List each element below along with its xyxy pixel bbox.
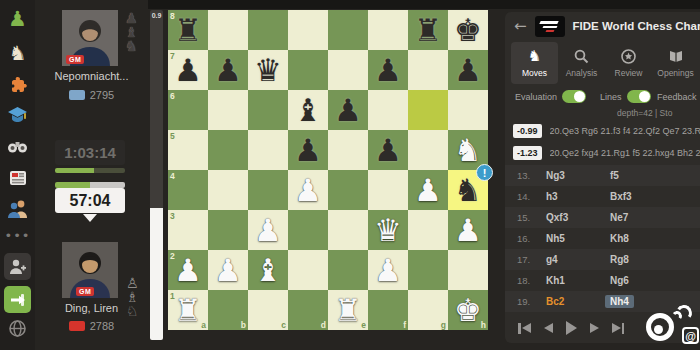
captured-P-icon: ♙: [126, 276, 139, 290]
rank-label: 4: [170, 171, 175, 181]
black-pawn-f7[interactable]: ♟: [368, 50, 408, 90]
chesscom-logo-pawn-icon[interactable]: ♟: [0, 7, 35, 31]
play-button[interactable]: [566, 321, 577, 335]
square-c1[interactable]: c: [248, 290, 288, 330]
black-pawn-h7[interactable]: ♟: [448, 50, 488, 90]
file-label: c: [281, 320, 286, 330]
black-move[interactable]: f5: [605, 170, 669, 181]
square-h6[interactable]: [448, 90, 488, 130]
gm-badge-top: GM: [66, 55, 84, 64]
square-f8[interactable]: [368, 10, 408, 50]
square-a2[interactable]: 2♟: [168, 250, 208, 290]
move-number: 17.: [517, 254, 541, 265]
flag-bottom: [69, 321, 85, 331]
square-a7[interactable]: 7♟: [168, 50, 208, 90]
square-a4[interactable]: 4: [168, 170, 208, 210]
move-row-17: 17.g4Rg8: [505, 249, 700, 270]
square-c8[interactable]: [248, 10, 288, 50]
white-pawn-b2[interactable]: ♟: [208, 250, 248, 290]
person-plus-icon: [9, 259, 26, 274]
rating-top: 2795: [90, 89, 114, 101]
black-queen-c7[interactable]: ♛: [248, 50, 288, 90]
rank-label: 3: [170, 211, 175, 221]
square-e7[interactable]: [328, 50, 368, 90]
square-b6[interactable]: [208, 90, 248, 130]
white-pawn-a2[interactable]: ♟: [168, 250, 208, 290]
square-a6[interactable]: 6: [168, 90, 208, 130]
square-e6[interactable]: ♟: [328, 90, 368, 130]
square-d1[interactable]: d: [288, 290, 328, 330]
player-name-top[interactable]: Nepomniacht...: [35, 70, 148, 82]
white-pawn-c3[interactable]: ♟: [248, 210, 288, 250]
engine-moves-2: 20.Qe2 fxg4 21.Rg1 f5 22.hxg4 Bh2 23: [550, 148, 700, 158]
square-h1[interactable]: h♚: [448, 290, 488, 330]
square-h8[interactable]: ♚: [448, 10, 488, 50]
square-d2[interactable]: [288, 250, 328, 290]
clock-top: 1:03:14: [55, 140, 125, 165]
skip-to-end-button[interactable]: [612, 323, 625, 334]
forward-button[interactable]: [590, 323, 599, 333]
square-f3[interactable]: ♛: [368, 210, 408, 250]
black-move[interactable]: Bxf3: [605, 191, 669, 202]
square-c5[interactable]: [248, 130, 288, 170]
player-rating-bottom: 2788: [35, 320, 148, 332]
game-panel: ← FIDE World Chess Championship ♞ Moves …: [505, 12, 700, 343]
square-c6[interactable]: [248, 90, 288, 130]
move-row-16: 16.Nh5Kh8: [505, 228, 700, 249]
square-c4[interactable]: [248, 170, 288, 210]
move-row-14: 14.h3Bxf3: [505, 186, 700, 207]
back-button[interactable]: [544, 323, 553, 333]
file-label: g: [441, 320, 446, 330]
move-number: 13.: [517, 170, 541, 181]
square-e5[interactable]: [328, 130, 368, 170]
white-rook-e1[interactable]: ♜: [328, 290, 368, 330]
players-column: GM ♟♝♞ Nepomniacht... 2795 1:03:14 57:04…: [35, 0, 148, 350]
rank-label: 6: [170, 91, 175, 101]
white-pawn-g4[interactable]: ♟: [408, 170, 448, 210]
puzzles-icon[interactable]: [0, 74, 35, 98]
white-move[interactable]: Bc2: [541, 296, 605, 307]
black-rook-a8[interactable]: ♜: [168, 10, 208, 50]
white-pawn-f2[interactable]: ♟: [368, 250, 408, 290]
square-e3[interactable]: [328, 210, 368, 250]
square-g5[interactable]: [408, 130, 448, 170]
move-number: 16.: [517, 233, 541, 244]
left-nav-rail: ♟ ♞ •••: [0, 0, 35, 350]
square-f6[interactable]: [368, 90, 408, 130]
black-move[interactable]: Ne7: [605, 212, 669, 223]
top-strip: [148, 0, 700, 9]
white-pawn-d4[interactable]: ♟: [288, 170, 328, 210]
black-pawn-a7[interactable]: ♟: [168, 50, 208, 90]
move-list: 13.Ng3f514.h3Bxf315.Qxf3Ne716.Nh5Kh817.g…: [505, 165, 700, 312]
square-c2[interactable]: ♝: [248, 250, 288, 290]
black-move[interactable]: Ng6: [605, 275, 669, 286]
square-g7[interactable]: [408, 50, 448, 90]
tab-moves[interactable]: ♞ Moves: [511, 42, 558, 84]
engine-depth-text: depth=42 | Sto: [617, 108, 672, 118]
language-globe-icon[interactable]: [0, 320, 35, 341]
play-knight-icon[interactable]: ♞: [0, 41, 35, 65]
square-d3[interactable]: [288, 210, 328, 250]
captured-p-icon: ♟: [125, 11, 138, 25]
square-b4[interactable]: [208, 170, 248, 210]
file-label: d: [321, 320, 326, 330]
white-move[interactable]: g4: [541, 254, 605, 265]
news-icon[interactable]: [0, 169, 35, 191]
login-arrow-icon: [10, 293, 26, 307]
magnifier-icon: [574, 49, 589, 65]
social-friends-icon[interactable]: [0, 199, 35, 222]
black-pawn-b7[interactable]: ♟: [208, 50, 248, 90]
square-d7[interactable]: [288, 50, 328, 90]
square-d5[interactable]: ♟: [288, 130, 328, 170]
move-row-18: 18.Kh1Ng6: [505, 270, 700, 291]
square-e2[interactable]: [328, 250, 368, 290]
evaluation-bar: [150, 10, 163, 340]
engine-score-1: -0.99: [513, 124, 542, 138]
captured-pieces-top: ♟♝♞: [125, 11, 138, 53]
gm-badge-bottom: GM: [76, 287, 94, 296]
file-label: f: [403, 320, 406, 330]
player-name-bottom[interactable]: Ding, Liren: [35, 302, 148, 314]
square-c7[interactable]: ♛: [248, 50, 288, 90]
tab-analysis[interactable]: Analysis: [558, 42, 605, 84]
white-bishop-c2[interactable]: ♝: [248, 250, 288, 290]
square-f1[interactable]: f: [368, 290, 408, 330]
white-rook-a1[interactable]: ♜: [168, 290, 208, 330]
tab-review[interactable]: Review: [605, 42, 652, 84]
white-pawn-h3[interactable]: ♟: [448, 210, 488, 250]
rating-bottom: 2788: [90, 320, 114, 332]
white-move[interactable]: h3: [541, 191, 605, 202]
file-label: b: [241, 320, 246, 330]
white-king-h1[interactable]: ♚: [448, 290, 488, 330]
square-e4[interactable]: [328, 170, 368, 210]
evaluation-toggle-item: Evaluation: [515, 90, 586, 103]
move-row-13: 13.Ng3f5: [505, 165, 700, 186]
square-d8[interactable]: [288, 10, 328, 50]
square-b1[interactable]: b: [208, 290, 248, 330]
evaluation-score: 0.9: [150, 12, 163, 19]
square-b8[interactable]: [208, 10, 248, 50]
square-g2[interactable]: [408, 250, 448, 290]
square-b3[interactable]: [208, 210, 248, 250]
lines-toggle[interactable]: [627, 90, 651, 103]
white-move[interactable]: Ng3: [541, 170, 605, 181]
black-pawn-d5[interactable]: ♟: [288, 130, 328, 170]
square-c3[interactable]: ♟: [248, 210, 288, 250]
square-h2[interactable]: [448, 250, 488, 290]
engine-moves-1: 20.Qe3 Rg6 21.f3 f4 22.Qf2 Qe7 23.Rg: [550, 126, 700, 136]
square-b2[interactable]: ♟: [208, 250, 248, 290]
square-f7[interactable]: ♟: [368, 50, 408, 90]
square-a5[interactable]: 5: [168, 130, 208, 170]
app-window: ♟ ♞ ••• GM ♟♝♞ Ne: [0, 0, 700, 350]
black-pawn-e6[interactable]: ♟: [328, 90, 368, 130]
feedback-toggle-item: Feedback: [657, 90, 700, 103]
square-e8[interactable]: [328, 10, 368, 50]
square-g8[interactable]: ♜: [408, 10, 448, 50]
engine-line-1[interactable]: -0.99 20.Qe3 Rg6 21.f3 f4 22.Qf2 Qe7 23.…: [505, 121, 700, 141]
flag-top: [69, 90, 85, 100]
square-a8[interactable]: 8♜: [168, 10, 208, 50]
learn-graduation-cap-icon[interactable]: [0, 106, 35, 128]
captured-b-icon: ♝: [125, 25, 138, 39]
black-rook-g8[interactable]: ♜: [408, 10, 448, 50]
chess-board[interactable]: 8♜♜♚7♟♟♛♟♟6♝♟5♟♟♞4♟♟♞3♟♛♟2♟♟♝♟1a♜bcde♜fg…: [168, 10, 488, 330]
book-icon: [668, 49, 684, 65]
move-number: 15.: [517, 212, 541, 223]
square-g6[interactable]: [408, 90, 448, 130]
move-number: 14.: [517, 191, 541, 202]
login-button[interactable]: [4, 286, 31, 313]
lines-toggle-item: Lines: [600, 90, 651, 103]
white-queen-f3[interactable]: ♛: [368, 210, 408, 250]
black-move[interactable]: Rg8: [605, 254, 669, 265]
time-bar-top: [55, 168, 125, 173]
square-a3[interactable]: 3: [168, 210, 208, 250]
player-rating-top: 2795: [35, 89, 148, 101]
event-logo: [535, 16, 565, 37]
white-move[interactable]: Nh5: [541, 233, 605, 244]
square-a1[interactable]: 1a♜: [168, 290, 208, 330]
square-h3[interactable]: ♟: [448, 210, 488, 250]
panel-tabs: ♞ Moves Analysis Review Openings: [511, 42, 700, 84]
black-king-h8[interactable]: ♚: [448, 10, 488, 50]
rank-label: 5: [170, 131, 175, 141]
clock-bottom: 57:04: [55, 188, 125, 213]
move-annotation-badge: !: [476, 164, 493, 181]
back-arrow-icon[interactable]: ←: [514, 17, 527, 35]
move-number: 18.: [517, 275, 541, 286]
square-d6[interactable]: ♝: [288, 90, 328, 130]
square-b5[interactable]: [208, 130, 248, 170]
captured-n-icon: ♞: [125, 39, 138, 53]
engine-line-2[interactable]: -1.23 20.Qe2 fxg4 21.Rg1 f5 22.hxg4 Bh2 …: [505, 143, 700, 163]
square-f2[interactable]: ♟: [368, 250, 408, 290]
white-move[interactable]: Kh1: [541, 275, 605, 286]
star-circle-icon: [621, 49, 636, 65]
black-move[interactable]: Kh8: [605, 233, 669, 244]
weibo-watermark: @: [646, 305, 700, 350]
move-number: 19.: [517, 296, 541, 307]
skip-to-start-button[interactable]: [518, 323, 531, 334]
evaluation-toggle[interactable]: [562, 90, 586, 103]
square-d4[interactable]: ♟: [288, 170, 328, 210]
toggles-row: Evaluation Lines Feedback: [505, 90, 700, 106]
panel-header: ← FIDE World Chess Championship: [505, 12, 700, 40]
square-g4[interactable]: ♟: [408, 170, 448, 210]
engine-score-2: -1.23: [513, 146, 542, 160]
square-g3[interactable]: [408, 210, 448, 250]
event-title: FIDE World Chess Championship: [573, 20, 700, 32]
tab-openings[interactable]: Openings: [652, 42, 699, 84]
square-f5[interactable]: ♟: [368, 130, 408, 170]
square-g1[interactable]: g: [408, 290, 448, 330]
black-bishop-d6[interactable]: ♝: [288, 90, 328, 130]
square-b7[interactable]: ♟: [208, 50, 248, 90]
square-f4[interactable]: [368, 170, 408, 210]
clock-tail: [83, 214, 97, 222]
more-dots-icon[interactable]: •••: [0, 228, 35, 243]
move-row-15: 15.Qxf3Ne7: [505, 207, 700, 228]
signup-button[interactable]: [4, 253, 31, 280]
white-move[interactable]: Qxf3: [541, 212, 605, 223]
knight-icon: ♞: [528, 49, 541, 65]
square-h7[interactable]: ♟: [448, 50, 488, 90]
watch-binoculars-icon[interactable]: [0, 139, 35, 158]
black-pawn-f5[interactable]: ♟: [368, 130, 408, 170]
square-e1[interactable]: e♜: [328, 290, 368, 330]
